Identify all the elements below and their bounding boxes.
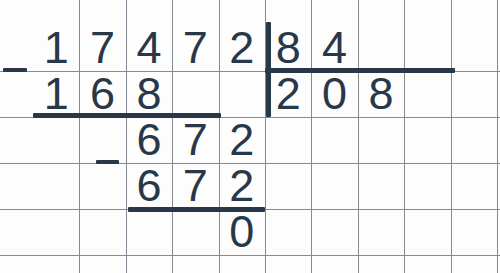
- minus-sign-second-subtraction: [96, 160, 119, 164]
- digit-cell-r2-c1: 1: [33, 71, 79, 117]
- digit-cell-r4-c5: 2: [219, 163, 265, 209]
- digit-cell-r1-c4: 7: [172, 25, 218, 71]
- digit-cell-r5-c5: 0: [219, 209, 265, 255]
- digit-cell-r2-c3: 8: [126, 71, 172, 117]
- digit-cell-r2-c7: 0: [311, 71, 357, 117]
- handwriting-ink-layer: 17472841682086726720: [0, 0, 500, 273]
- digit-cell-r3-c4: 7: [172, 117, 218, 163]
- digit-cell-r1-c1: 1: [33, 25, 79, 71]
- digit-cell-r1-c5: 2: [219, 25, 265, 71]
- digit-cell-r1-c3: 4: [126, 25, 172, 71]
- digit-cell-r3-c3: 6: [126, 117, 172, 163]
- digit-cell-r1-c2: 7: [79, 25, 125, 71]
- division-bracket-horizontal-line: [265, 68, 455, 73]
- digit-cell-r1-c7: 4: [311, 25, 357, 71]
- digit-cell-r2-c6: 2: [265, 71, 311, 117]
- squared-paper-board: 17472841682086726720: [0, 0, 500, 273]
- digit-cell-r2-c2: 6: [79, 71, 125, 117]
- digit-cell-r1-c6: 8: [265, 25, 311, 71]
- subtraction-underline-672: [128, 207, 265, 212]
- subtraction-underline-168: [33, 113, 221, 118]
- digit-cell-r4-c3: 6: [126, 163, 172, 209]
- digit-cell-r2-c8: 8: [358, 71, 404, 117]
- digit-cell-r3-c5: 2: [219, 117, 265, 163]
- digit-cell-r4-c4: 7: [172, 163, 218, 209]
- minus-sign-first-subtraction: [3, 68, 27, 72]
